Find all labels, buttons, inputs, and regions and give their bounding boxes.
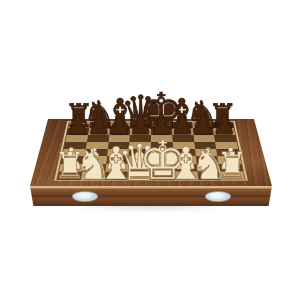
piece-black-pawn-h7[interactable]: ♟ xyxy=(212,110,237,138)
chess-set-photo: ♜♞♝♛♚♝♞♜♟♟♟♟♟♟♟♟♟♟♟♟♟♟♟♟♜♞♝♛♚♝♞♜ xyxy=(0,0,300,300)
left-clasp-badge-icon xyxy=(73,192,97,201)
piece-white-rook-h1[interactable]: ♜ xyxy=(216,148,248,184)
right-clasp-badge-icon xyxy=(206,192,230,201)
